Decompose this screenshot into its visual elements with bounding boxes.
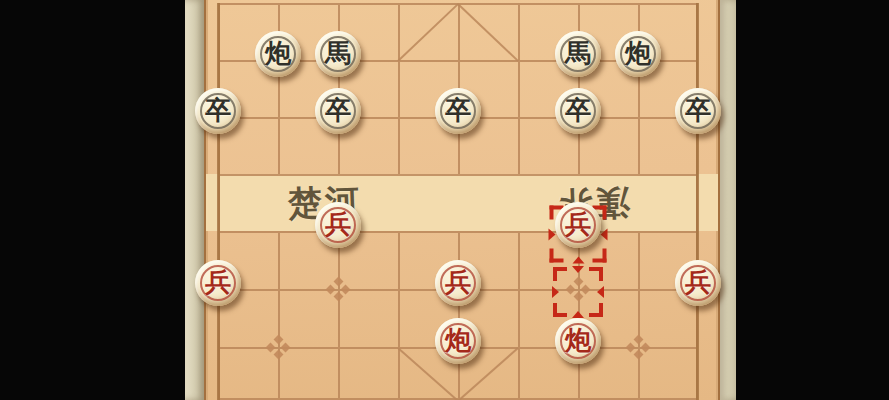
piece-black-soldier[interactable]: 卒 [195, 88, 241, 134]
piece-black-soldier[interactable]: 卒 [315, 88, 361, 134]
piece-black-cannon[interactable]: 炮 [255, 31, 301, 77]
piece-red-soldier[interactable]: 兵 [435, 260, 481, 306]
piece-character: 兵 [205, 270, 231, 296]
piece-character: 卒 [685, 98, 711, 124]
piece-character: 兵 [445, 270, 471, 296]
piece-black-cannon[interactable]: 炮 [615, 31, 661, 77]
letterbox-left [0, 0, 185, 400]
piece-black-horse[interactable]: 馬 [315, 31, 361, 77]
piece-character: 炮 [565, 328, 591, 354]
piece-character: 馬 [565, 41, 591, 67]
piece-character: 馬 [325, 41, 351, 67]
grid-cell [338, 347, 398, 400]
grid-cell [458, 174, 518, 231]
move-origin-marker [553, 267, 603, 317]
grid-cell [398, 174, 458, 231]
piece-character: 炮 [265, 41, 291, 67]
background-paper-left [185, 0, 204, 400]
piece-character: 卒 [445, 98, 471, 124]
grid-cell [638, 174, 698, 231]
piece-character: 卒 [325, 98, 351, 124]
piece-character: 卒 [205, 98, 231, 124]
piece-black-soldier[interactable]: 卒 [435, 88, 481, 134]
piece-red-cannon[interactable]: 炮 [555, 318, 601, 364]
piece-character: 兵 [565, 212, 591, 238]
game-screen: 楚河 漢界 炮馬馬炮卒卒卒卒卒兵兵兵兵兵炮炮 [0, 0, 889, 400]
piece-red-soldier[interactable]: 兵 [555, 202, 601, 248]
piece-black-soldier[interactable]: 卒 [555, 88, 601, 134]
position-cross-ornament [627, 336, 649, 358]
piece-character: 炮 [445, 328, 471, 354]
piece-character: 炮 [625, 41, 651, 67]
board-edge-file-line-right [696, 3, 699, 400]
piece-red-soldier[interactable]: 兵 [315, 202, 361, 248]
piece-red-cannon[interactable]: 炮 [435, 318, 481, 364]
piece-black-soldier[interactable]: 卒 [675, 88, 721, 134]
position-cross-ornament [327, 278, 349, 300]
board-edge-file-line-left [217, 3, 220, 400]
piece-character: 卒 [565, 98, 591, 124]
letterbox-right [736, 0, 889, 400]
background-paper-right [720, 0, 736, 400]
piece-red-soldier[interactable]: 兵 [675, 260, 721, 306]
piece-red-soldier[interactable]: 兵 [195, 260, 241, 306]
position-cross-ornament [267, 336, 289, 358]
piece-black-horse[interactable]: 馬 [555, 31, 601, 77]
xiangqi-board[interactable]: 楚河 漢界 炮馬馬炮卒卒卒卒卒兵兵兵兵兵炮炮 [204, 0, 720, 400]
piece-character: 兵 [325, 212, 351, 238]
grid-cell [218, 174, 278, 231]
piece-character: 兵 [685, 270, 711, 296]
